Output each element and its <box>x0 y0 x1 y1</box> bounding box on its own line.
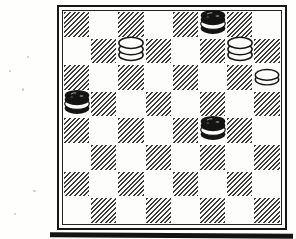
white-king[interactable] <box>116 35 146 62</box>
print-noise-speck <box>22 88 24 91</box>
dark-square <box>63 171 90 198</box>
dark-square <box>117 171 144 198</box>
checkers-board <box>62 10 282 225</box>
dark-square <box>199 144 226 171</box>
dark-square <box>63 117 90 144</box>
dark-square <box>90 38 117 65</box>
dark-square <box>253 91 280 118</box>
dark-square <box>145 91 172 118</box>
black-king[interactable] <box>198 8 228 35</box>
print-noise-speck <box>33 190 36 192</box>
dark-square <box>90 197 117 224</box>
dark-square <box>145 38 172 65</box>
square-24[interactable] <box>226 144 253 171</box>
print-noise-speck <box>14 213 16 215</box>
dark-square <box>172 171 199 198</box>
dark-square <box>117 64 144 91</box>
white-king[interactable] <box>225 35 255 62</box>
square-7[interactable] <box>172 38 199 65</box>
square-1[interactable] <box>90 11 117 38</box>
square-6[interactable] <box>117 38 144 65</box>
black-king[interactable] <box>62 88 92 115</box>
dark-square <box>253 144 280 171</box>
white-man[interactable] <box>252 68 281 87</box>
square-31[interactable] <box>172 197 199 224</box>
board-grid <box>63 11 281 224</box>
square-16[interactable] <box>226 91 253 118</box>
dark-square <box>253 38 280 65</box>
board-bottom-edge <box>50 232 293 238</box>
square-22[interactable] <box>117 144 144 171</box>
square-29[interactable] <box>63 197 90 224</box>
dark-square <box>172 117 199 144</box>
dark-square <box>117 117 144 144</box>
square-26[interactable] <box>145 171 172 198</box>
square-20[interactable] <box>253 117 280 144</box>
dark-square <box>117 11 144 38</box>
square-25[interactable] <box>90 171 117 198</box>
dark-square <box>226 64 253 91</box>
square-15[interactable] <box>172 91 199 118</box>
square-9[interactable] <box>90 64 117 91</box>
print-noise-speck <box>27 56 29 58</box>
dark-square <box>226 11 253 38</box>
square-12[interactable] <box>253 64 280 91</box>
square-14[interactable] <box>117 91 144 118</box>
square-32[interactable] <box>226 197 253 224</box>
dark-square <box>63 11 90 38</box>
square-21[interactable] <box>63 144 90 171</box>
dark-square <box>199 197 226 224</box>
square-13[interactable] <box>63 91 90 118</box>
dark-square <box>226 171 253 198</box>
dark-square <box>226 117 253 144</box>
print-noise-speck <box>9 70 11 72</box>
dark-square <box>172 64 199 91</box>
square-10[interactable] <box>145 64 172 91</box>
square-11[interactable] <box>199 64 226 91</box>
square-5[interactable] <box>63 38 90 65</box>
dark-square <box>145 197 172 224</box>
dark-square <box>172 11 199 38</box>
dark-square <box>63 64 90 91</box>
square-17[interactable] <box>90 117 117 144</box>
square-30[interactable] <box>117 197 144 224</box>
checkers-board-frame <box>57 5 287 230</box>
square-23[interactable] <box>172 144 199 171</box>
dark-square <box>199 38 226 65</box>
square-27[interactable] <box>199 171 226 198</box>
dark-square <box>90 91 117 118</box>
square-4[interactable] <box>253 11 280 38</box>
square-28[interactable] <box>253 171 280 198</box>
scanned-diagram-page <box>0 0 296 239</box>
square-3[interactable] <box>199 11 226 38</box>
square-8[interactable] <box>226 38 253 65</box>
square-2[interactable] <box>145 11 172 38</box>
square-19[interactable] <box>199 117 226 144</box>
dark-square <box>199 91 226 118</box>
dark-square <box>145 144 172 171</box>
black-king[interactable] <box>198 114 228 141</box>
dark-square <box>253 197 280 224</box>
square-18[interactable] <box>145 117 172 144</box>
dark-square <box>90 144 117 171</box>
